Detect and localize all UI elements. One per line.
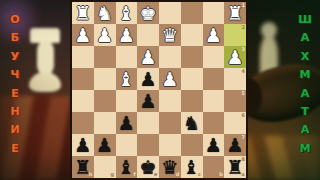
- square-b2: ♟: [203, 24, 225, 46]
- square-h3: [72, 46, 94, 68]
- white-pawn: ♟: [140, 48, 157, 67]
- square-h1: ♜: [72, 2, 94, 24]
- square-d8: ♛d: [159, 156, 181, 178]
- white-rook-photo: [26, 28, 66, 106]
- square-a3: ♟3: [224, 46, 246, 68]
- white-pawn: ♟: [74, 26, 91, 45]
- black-knight: ♞: [183, 114, 200, 133]
- square-b4: [203, 68, 225, 90]
- square-h6: [72, 112, 94, 134]
- black-pawn: ♟: [140, 92, 157, 111]
- black-pawn: ♟: [74, 136, 91, 155]
- square-f4: ♝: [116, 68, 138, 90]
- square-e6: [137, 112, 159, 134]
- square-h5: [72, 90, 94, 112]
- square-f6: ♟: [116, 112, 138, 134]
- square-g2: ♟: [94, 24, 116, 46]
- square-a6: 6: [224, 112, 246, 134]
- white-bishop: ♝: [118, 70, 135, 89]
- title-letter: Т: [297, 103, 313, 121]
- square-a4: 4: [224, 68, 246, 90]
- square-b3: [203, 46, 225, 68]
- square-h7: ♟: [72, 134, 94, 156]
- file-label: h: [89, 172, 93, 177]
- title-letter: Е: [7, 85, 23, 103]
- square-h2: ♟: [72, 24, 94, 46]
- square-a2: 2: [224, 24, 246, 46]
- title-letter: Ш: [297, 11, 313, 29]
- rank-label: 6: [242, 113, 245, 118]
- square-e1: ♚: [137, 2, 159, 24]
- square-h4: [72, 68, 94, 90]
- file-label: c: [198, 172, 201, 177]
- square-e7: [137, 134, 159, 156]
- square-g4: [94, 68, 116, 90]
- rank-label: 8: [242, 157, 245, 162]
- file-label: b: [219, 172, 223, 177]
- square-d6: [159, 112, 181, 134]
- square-c2: [181, 24, 203, 46]
- square-b7: ♟: [203, 134, 225, 156]
- square-f8: ♝f: [116, 156, 138, 178]
- thumbnail[interactable]: ОБУЧЕНИЕ ШАХМАТАМ ♜♞♝♚♜1♟♟♟♛♟2♟♟3♝♟♟4♟5♟…: [0, 0, 320, 180]
- title-letter: Е: [7, 140, 23, 158]
- file-label: f: [134, 172, 136, 177]
- title-letter: И: [7, 121, 23, 139]
- title-letter: Ч: [7, 66, 23, 84]
- white-pawn: ♟: [161, 70, 178, 89]
- square-b6: [203, 112, 225, 134]
- square-h8: ♜h: [72, 156, 94, 178]
- square-g8: g: [94, 156, 116, 178]
- black-pawn: ♟: [96, 136, 113, 155]
- title-letter: М: [297, 140, 313, 158]
- rank-label: 1: [242, 3, 245, 8]
- square-c5: [181, 90, 203, 112]
- square-d1: [159, 2, 181, 24]
- title-letter: М: [297, 66, 313, 84]
- white-pawn: ♟: [96, 26, 113, 45]
- white-pawn: ♟: [118, 26, 135, 45]
- square-d2: ♛: [159, 24, 181, 46]
- square-a5: 5: [224, 90, 246, 112]
- square-e3: ♟: [137, 46, 159, 68]
- square-g7: ♟: [94, 134, 116, 156]
- square-g1: ♞: [94, 2, 116, 24]
- square-c3: [181, 46, 203, 68]
- square-f5: [116, 90, 138, 112]
- square-c7: [181, 134, 203, 156]
- black-pawn: ♟: [205, 136, 222, 155]
- square-g5: [94, 90, 116, 112]
- white-knight: ♞: [96, 4, 113, 23]
- chess-board[interactable]: ♜♞♝♚♜1♟♟♟♛♟2♟♟3♝♟♟4♟5♟♞6♟♟♟♟7♜hg♝f♚e♛d♝c…: [72, 2, 246, 178]
- title-letter: Х: [297, 48, 313, 66]
- title-letter: А: [297, 85, 313, 103]
- rank-label: 7: [242, 135, 245, 140]
- square-g3: [94, 46, 116, 68]
- square-f3: [116, 46, 138, 68]
- file-label: g: [110, 172, 114, 177]
- rank-label: 4: [242, 69, 245, 74]
- black-bishop: ♝: [118, 158, 135, 177]
- square-g6: [94, 112, 116, 134]
- square-c4: [181, 68, 203, 90]
- title-letter: А: [297, 29, 313, 47]
- square-f7: [116, 134, 138, 156]
- black-pawn: ♟: [140, 70, 157, 89]
- file-label: d: [176, 172, 180, 177]
- left-title: ОБУЧЕНИЕ: [7, 11, 23, 158]
- square-b8: b: [203, 156, 225, 178]
- rank-label: 2: [242, 25, 245, 30]
- square-e2: [137, 24, 159, 46]
- square-c6: ♞: [181, 112, 203, 134]
- title-letter: О: [7, 11, 23, 29]
- white-pawn: ♟: [205, 26, 222, 45]
- right-title: ШАХМАТАМ: [297, 11, 313, 158]
- square-d3: [159, 46, 181, 68]
- square-e5: ♟: [137, 90, 159, 112]
- rank-label: 3: [242, 47, 245, 52]
- white-king: ♚: [140, 4, 157, 23]
- square-a7: ♟7: [224, 134, 246, 156]
- white-queen: ♛: [161, 26, 178, 45]
- white-bishop: ♝: [118, 4, 135, 23]
- white-rook: ♜: [74, 4, 91, 23]
- file-label: a: [241, 172, 244, 177]
- title-letter: Б: [7, 29, 23, 47]
- square-d5: [159, 90, 181, 112]
- square-f2: ♟: [116, 24, 138, 46]
- square-b5: [203, 90, 225, 112]
- file-label: e: [154, 172, 157, 177]
- square-e4: ♟: [137, 68, 159, 90]
- title-letter: У: [7, 48, 23, 66]
- square-c8: ♝c: [181, 156, 203, 178]
- square-c1: [181, 2, 203, 24]
- title-letter: Н: [7, 103, 23, 121]
- rank-label: 5: [242, 91, 245, 96]
- square-a8: ♜8a: [224, 156, 246, 178]
- square-d4: ♟: [159, 68, 181, 90]
- square-b1: [203, 2, 225, 24]
- square-e8: ♚e: [137, 156, 159, 178]
- black-pawn: ♟: [118, 114, 135, 133]
- square-a1: ♜1: [224, 2, 246, 24]
- title-letter: А: [297, 121, 313, 139]
- square-f1: ♝: [116, 2, 138, 24]
- square-d7: [159, 134, 181, 156]
